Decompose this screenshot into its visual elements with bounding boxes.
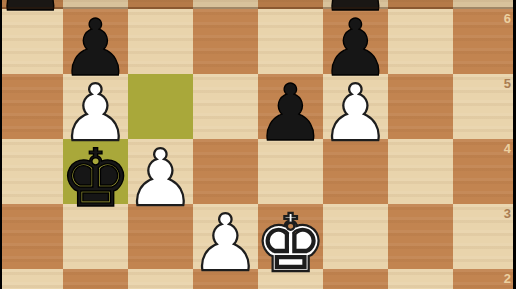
square-f6[interactable]: ♟	[323, 9, 388, 74]
square-g6[interactable]	[388, 9, 453, 74]
square-g5[interactable]	[388, 74, 453, 139]
square-c2[interactable]	[128, 269, 193, 289]
square-b4[interactable]: ♚	[63, 139, 128, 204]
square-f2[interactable]	[323, 269, 388, 289]
white-pawn[interactable]: ♟	[126, 139, 196, 217]
square-f5[interactable]: ♟	[323, 74, 388, 139]
square-a4[interactable]	[0, 139, 63, 204]
white-king[interactable]: ♚	[255, 204, 327, 284]
chess-board: ♟♟♟♟6♟♟♟5♚♟4♟♚32	[0, 0, 516, 289]
rank-label-5: 5	[504, 76, 511, 91]
square-c6[interactable]	[128, 9, 193, 74]
square-f3[interactable]	[323, 204, 388, 269]
square-h3[interactable]: 3	[453, 204, 516, 269]
square-d7[interactable]	[193, 0, 258, 9]
square-g4[interactable]	[388, 139, 453, 204]
square-c5[interactable]	[128, 74, 193, 139]
square-a3[interactable]	[0, 204, 63, 269]
square-h6[interactable]: 6	[453, 9, 516, 74]
square-e5[interactable]: ♟	[258, 74, 323, 139]
square-c4[interactable]: ♟	[128, 139, 193, 204]
square-g3[interactable]	[388, 204, 453, 269]
square-g2[interactable]	[388, 269, 453, 289]
black-king[interactable]: ♚	[60, 139, 132, 219]
letterbox-left	[0, 0, 2, 289]
square-b5[interactable]: ♟	[63, 74, 128, 139]
square-e7[interactable]	[258, 0, 323, 9]
square-a7[interactable]: ♟	[0, 0, 63, 9]
square-h4[interactable]: 4	[453, 139, 516, 204]
square-e6[interactable]	[258, 9, 323, 74]
square-h5[interactable]: 5	[453, 74, 516, 139]
square-h2[interactable]: 2	[453, 269, 516, 289]
white-pawn[interactable]: ♟	[321, 74, 391, 152]
square-d4[interactable]	[193, 139, 258, 204]
black-pawn[interactable]: ♟	[256, 74, 326, 152]
black-pawn-partial[interactable]: ♟	[0, 0, 65, 22]
square-e3[interactable]: ♚	[258, 204, 323, 269]
rank-label-2: 2	[504, 271, 511, 286]
square-b6[interactable]: ♟	[63, 9, 128, 74]
video-frame: ♟♟♟♟6♟♟♟5♚♟4♟♚32	[0, 0, 516, 289]
square-a5[interactable]	[0, 74, 63, 139]
square-h7[interactable]	[453, 0, 516, 9]
square-g7[interactable]	[388, 0, 453, 9]
square-d6[interactable]	[193, 9, 258, 74]
rank-label-3: 3	[504, 206, 511, 221]
square-b2[interactable]	[63, 269, 128, 289]
rank-label-6: 6	[504, 11, 511, 26]
square-d3[interactable]: ♟	[193, 204, 258, 269]
rank-label-4: 4	[504, 141, 511, 156]
square-d5[interactable]	[193, 74, 258, 139]
square-c7[interactable]	[128, 0, 193, 9]
white-pawn[interactable]: ♟	[191, 204, 261, 282]
square-a2[interactable]	[0, 269, 63, 289]
